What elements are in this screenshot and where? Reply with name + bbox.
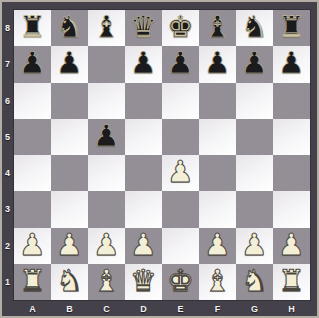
file-label-f: F (199, 301, 236, 316)
piece-white-pawn: ♟ (56, 230, 83, 260)
square-d4[interactable] (125, 155, 162, 191)
square-a6[interactable] (14, 83, 51, 119)
piece-black-pawn: ♟ (130, 48, 157, 78)
square-b4[interactable] (51, 155, 88, 191)
piece-black-pawn: ♟ (241, 48, 268, 78)
square-d8[interactable]: ♛ (125, 10, 162, 46)
rank-labels: 8 7 6 5 4 3 2 1 (2, 10, 13, 300)
square-h1[interactable]: ♜ (273, 264, 310, 300)
piece-white-pawn: ♟ (204, 230, 231, 260)
rank-label-4: 4 (2, 155, 13, 191)
square-b1[interactable]: ♞ (51, 264, 88, 300)
square-h6[interactable] (273, 83, 310, 119)
piece-black-pawn: ♟ (19, 48, 46, 78)
piece-white-bishop: ♝ (93, 266, 120, 296)
piece-white-knight: ♞ (56, 266, 83, 296)
square-f3[interactable] (199, 191, 236, 227)
file-label-g: G (236, 301, 273, 316)
square-c1[interactable]: ♝ (88, 264, 125, 300)
file-label-d: D (125, 301, 162, 316)
piece-white-rook: ♜ (278, 266, 305, 296)
piece-white-pawn: ♟ (19, 230, 46, 260)
piece-black-pawn: ♟ (204, 48, 231, 78)
rank-label-3: 3 (2, 191, 13, 227)
square-g1[interactable]: ♞ (236, 264, 273, 300)
rank-label-6: 6 (2, 83, 13, 119)
piece-black-pawn: ♟ (93, 121, 120, 151)
square-h5[interactable] (273, 119, 310, 155)
square-c3[interactable] (88, 191, 125, 227)
square-e1[interactable]: ♚ (162, 264, 199, 300)
square-h4[interactable] (273, 155, 310, 191)
piece-black-pawn: ♟ (278, 48, 305, 78)
square-c7[interactable] (88, 46, 125, 82)
rank-label-2: 2 (2, 228, 13, 264)
square-a5[interactable] (14, 119, 51, 155)
piece-black-bishop: ♝ (204, 12, 231, 42)
piece-black-rook: ♜ (278, 12, 305, 42)
square-d5[interactable] (125, 119, 162, 155)
rank-label-7: 7 (2, 46, 13, 82)
piece-white-pawn: ♟ (241, 230, 268, 260)
square-e7[interactable]: ♟ (162, 46, 199, 82)
square-e8[interactable]: ♚ (162, 10, 199, 46)
square-a4[interactable] (14, 155, 51, 191)
chess-board: ♜♞♝♛♚♝♞♜♟♟♟♟♟♟♟♟♟♟♟♟♟♟♟♟♜♞♝♛♚♝♞♜ (13, 9, 311, 301)
square-b5[interactable] (51, 119, 88, 155)
square-c2[interactable]: ♟ (88, 228, 125, 264)
square-g2[interactable]: ♟ (236, 228, 273, 264)
piece-black-knight: ♞ (56, 12, 83, 42)
square-f2[interactable]: ♟ (199, 228, 236, 264)
square-b7[interactable]: ♟ (51, 46, 88, 82)
square-g4[interactable] (236, 155, 273, 191)
piece-black-pawn: ♟ (56, 48, 83, 78)
square-a8[interactable]: ♜ (14, 10, 51, 46)
square-h2[interactable]: ♟ (273, 228, 310, 264)
square-g6[interactable] (236, 83, 273, 119)
square-h8[interactable]: ♜ (273, 10, 310, 46)
square-b8[interactable]: ♞ (51, 10, 88, 46)
square-c4[interactable] (88, 155, 125, 191)
square-g8[interactable]: ♞ (236, 10, 273, 46)
piece-black-king: ♚ (167, 12, 194, 42)
piece-white-rook: ♜ (19, 266, 46, 296)
file-labels: A B C D E F G H (14, 301, 310, 316)
square-d1[interactable]: ♛ (125, 264, 162, 300)
square-g5[interactable] (236, 119, 273, 155)
file-label-b: B (51, 301, 88, 316)
square-c8[interactable]: ♝ (88, 10, 125, 46)
square-e3[interactable] (162, 191, 199, 227)
square-a7[interactable]: ♟ (14, 46, 51, 82)
square-f8[interactable]: ♝ (199, 10, 236, 46)
square-g3[interactable] (236, 191, 273, 227)
piece-white-pawn: ♟ (93, 230, 120, 260)
square-a1[interactable]: ♜ (14, 264, 51, 300)
file-label-e: E (162, 301, 199, 316)
square-f7[interactable]: ♟ (199, 46, 236, 82)
square-d3[interactable] (125, 191, 162, 227)
square-f5[interactable] (199, 119, 236, 155)
piece-white-bishop: ♝ (204, 266, 231, 296)
square-b3[interactable] (51, 191, 88, 227)
piece-white-pawn: ♟ (278, 230, 305, 260)
file-label-c: C (88, 301, 125, 316)
square-h3[interactable] (273, 191, 310, 227)
chess-diagram: 8 7 6 5 4 3 2 1 ♜♞♝♛♚♝♞♜♟♟♟♟♟♟♟♟♟♟♟♟♟♟♟♟… (0, 0, 319, 318)
square-d2[interactable]: ♟ (125, 228, 162, 264)
square-e5[interactable] (162, 119, 199, 155)
square-e4[interactable]: ♟ (162, 155, 199, 191)
piece-white-knight: ♞ (241, 266, 268, 296)
file-label-a: A (14, 301, 51, 316)
square-h7[interactable]: ♟ (273, 46, 310, 82)
square-a2[interactable]: ♟ (14, 228, 51, 264)
piece-white-queen: ♛ (130, 266, 157, 296)
rank-label-5: 5 (2, 119, 13, 155)
rank-label-8: 8 (2, 10, 13, 46)
piece-black-rook: ♜ (19, 12, 46, 42)
square-b2[interactable]: ♟ (51, 228, 88, 264)
piece-white-pawn: ♟ (130, 230, 157, 260)
piece-black-bishop: ♝ (93, 12, 120, 42)
piece-black-pawn: ♟ (167, 48, 194, 78)
square-d6[interactable] (125, 83, 162, 119)
file-label-h: H (273, 301, 310, 316)
piece-black-queen: ♛ (130, 12, 157, 42)
square-c6[interactable] (88, 83, 125, 119)
square-f1[interactable]: ♝ (199, 264, 236, 300)
square-e6[interactable] (162, 83, 199, 119)
square-e2[interactable] (162, 228, 199, 264)
square-f4[interactable] (199, 155, 236, 191)
rank-label-1: 1 (2, 264, 13, 300)
square-f6[interactable] (199, 83, 236, 119)
piece-white-king: ♚ (167, 266, 194, 296)
square-b6[interactable] (51, 83, 88, 119)
piece-black-knight: ♞ (241, 12, 268, 42)
square-g7[interactable]: ♟ (236, 46, 273, 82)
square-a3[interactable] (14, 191, 51, 227)
square-c5[interactable]: ♟ (88, 119, 125, 155)
square-d7[interactable]: ♟ (125, 46, 162, 82)
piece-white-pawn: ♟ (167, 157, 194, 187)
